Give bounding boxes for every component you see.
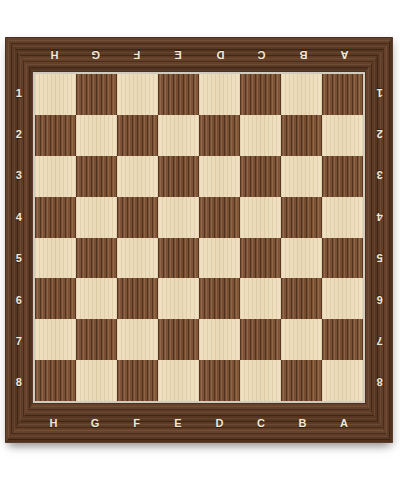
square-g2[interactable] bbox=[76, 115, 117, 156]
file-label: C bbox=[241, 403, 283, 443]
square-g3[interactable] bbox=[76, 156, 117, 197]
rank-label: 1 bbox=[365, 72, 393, 113]
square-a4[interactable] bbox=[322, 197, 363, 238]
file-label: A bbox=[324, 403, 366, 443]
rank-labels-left: 12345678 bbox=[5, 72, 33, 403]
square-f3[interactable] bbox=[117, 156, 158, 197]
square-b7[interactable] bbox=[281, 319, 322, 360]
rank-label: 1 bbox=[5, 72, 33, 113]
board: HGFEDCBA HGFEDCBA 12345678 12345678 bbox=[5, 37, 393, 443]
file-labels-bottom: HGFEDCBA bbox=[33, 403, 365, 443]
square-c5[interactable] bbox=[240, 238, 281, 279]
square-a2[interactable] bbox=[322, 115, 363, 156]
rank-label: 8 bbox=[365, 362, 393, 403]
square-g1[interactable] bbox=[76, 74, 117, 115]
square-f1[interactable] bbox=[117, 74, 158, 115]
file-label: G bbox=[75, 37, 117, 72]
square-b1[interactable] bbox=[281, 74, 322, 115]
square-h5[interactable] bbox=[35, 238, 76, 279]
rank-label: 7 bbox=[365, 320, 393, 361]
square-c1[interactable] bbox=[240, 74, 281, 115]
square-g8[interactable] bbox=[76, 360, 117, 401]
rank-label: 4 bbox=[5, 196, 33, 237]
rank-label: 5 bbox=[5, 238, 33, 279]
square-d8[interactable] bbox=[199, 360, 240, 401]
square-f4[interactable] bbox=[117, 197, 158, 238]
file-labels-top: HGFEDCBA bbox=[33, 37, 365, 72]
file-label: F bbox=[116, 403, 158, 443]
square-d3[interactable] bbox=[199, 156, 240, 197]
file-label: H bbox=[33, 37, 75, 72]
square-h1[interactable] bbox=[35, 74, 76, 115]
square-c4[interactable] bbox=[240, 197, 281, 238]
file-label: G bbox=[75, 403, 117, 443]
square-g7[interactable] bbox=[76, 319, 117, 360]
file-label: C bbox=[241, 37, 283, 72]
square-f6[interactable] bbox=[117, 278, 158, 319]
square-g5[interactable] bbox=[76, 238, 117, 279]
rank-label: 2 bbox=[365, 113, 393, 154]
square-f7[interactable] bbox=[117, 319, 158, 360]
square-e5[interactable] bbox=[158, 238, 199, 279]
square-b2[interactable] bbox=[281, 115, 322, 156]
rank-label: 8 bbox=[5, 362, 33, 403]
square-b4[interactable] bbox=[281, 197, 322, 238]
square-e7[interactable] bbox=[158, 319, 199, 360]
rank-label: 2 bbox=[5, 113, 33, 154]
file-label: D bbox=[199, 37, 241, 72]
square-c8[interactable] bbox=[240, 360, 281, 401]
square-d2[interactable] bbox=[199, 115, 240, 156]
square-e4[interactable] bbox=[158, 197, 199, 238]
square-d1[interactable] bbox=[199, 74, 240, 115]
file-label: A bbox=[324, 37, 366, 72]
square-d5[interactable] bbox=[199, 238, 240, 279]
square-d7[interactable] bbox=[199, 319, 240, 360]
square-g6[interactable] bbox=[76, 278, 117, 319]
square-h4[interactable] bbox=[35, 197, 76, 238]
square-a6[interactable] bbox=[322, 278, 363, 319]
square-e2[interactable] bbox=[158, 115, 199, 156]
file-label: B bbox=[282, 37, 324, 72]
square-b6[interactable] bbox=[281, 278, 322, 319]
rank-label: 3 bbox=[5, 155, 33, 196]
square-c3[interactable] bbox=[240, 156, 281, 197]
square-a7[interactable] bbox=[322, 319, 363, 360]
square-c6[interactable] bbox=[240, 278, 281, 319]
rank-labels-right: 12345678 bbox=[365, 72, 393, 403]
square-e8[interactable] bbox=[158, 360, 199, 401]
square-a5[interactable] bbox=[322, 238, 363, 279]
square-f2[interactable] bbox=[117, 115, 158, 156]
square-a1[interactable] bbox=[322, 74, 363, 115]
rank-label: 4 bbox=[365, 196, 393, 237]
square-b8[interactable] bbox=[281, 360, 322, 401]
square-h7[interactable] bbox=[35, 319, 76, 360]
square-a8[interactable] bbox=[322, 360, 363, 401]
square-f5[interactable] bbox=[117, 238, 158, 279]
file-label: F bbox=[116, 37, 158, 72]
square-h2[interactable] bbox=[35, 115, 76, 156]
square-a3[interactable] bbox=[322, 156, 363, 197]
square-e1[interactable] bbox=[158, 74, 199, 115]
square-e6[interactable] bbox=[158, 278, 199, 319]
file-label: H bbox=[33, 403, 75, 443]
square-d6[interactable] bbox=[199, 278, 240, 319]
rank-label: 3 bbox=[365, 155, 393, 196]
square-b3[interactable] bbox=[281, 156, 322, 197]
square-h3[interactable] bbox=[35, 156, 76, 197]
rank-label: 5 bbox=[365, 238, 393, 279]
square-c7[interactable] bbox=[240, 319, 281, 360]
rank-label: 6 bbox=[5, 279, 33, 320]
file-label: D bbox=[199, 403, 241, 443]
square-d4[interactable] bbox=[199, 197, 240, 238]
square-e3[interactable] bbox=[158, 156, 199, 197]
file-label: B bbox=[282, 403, 324, 443]
rank-label: 6 bbox=[365, 279, 393, 320]
page-background: HGFEDCBA HGFEDCBA 12345678 12345678 bbox=[0, 0, 400, 480]
rank-label: 7 bbox=[5, 320, 33, 361]
square-c2[interactable] bbox=[240, 115, 281, 156]
square-g4[interactable] bbox=[76, 197, 117, 238]
square-b5[interactable] bbox=[281, 238, 322, 279]
square-f8[interactable] bbox=[117, 360, 158, 401]
square-h6[interactable] bbox=[35, 278, 76, 319]
square-h8[interactable] bbox=[35, 360, 76, 401]
play-area bbox=[33, 72, 365, 403]
file-label: E bbox=[158, 403, 200, 443]
file-label: E bbox=[158, 37, 200, 72]
